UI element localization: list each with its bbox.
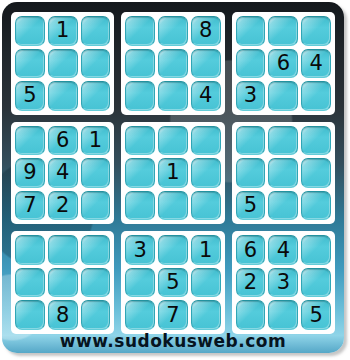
cell-r6c6[interactable] <box>191 191 221 221</box>
site-url: www.sudokusweb.com <box>2 332 344 350</box>
cell-r3c7[interactable]: 3 <box>236 81 266 111</box>
cell-r9c6[interactable] <box>191 300 221 330</box>
cell-r6c3[interactable] <box>81 191 111 221</box>
box-3-1: 8 <box>11 231 114 334</box>
cell-r5c1[interactable]: 9 <box>15 158 45 188</box>
cell-r2c5[interactable] <box>158 49 188 79</box>
cell-r9c7[interactable] <box>236 300 266 330</box>
cell-r5c2[interactable]: 4 <box>48 158 78 188</box>
cell-r9c1[interactable] <box>15 300 45 330</box>
cell-r4c2[interactable]: 6 <box>48 126 78 156</box>
cell-r8c6[interactable] <box>191 268 221 298</box>
cell-r3c9[interactable] <box>301 81 331 111</box>
cell-r1c7[interactable] <box>236 16 266 46</box>
box-2-1: 619472 <box>11 122 114 225</box>
cell-r8c8[interactable]: 3 <box>268 268 298 298</box>
cell-r2c8[interactable]: 6 <box>268 49 298 79</box>
cell-r6c5[interactable] <box>158 191 188 221</box>
cell-r8c7[interactable]: 2 <box>236 268 266 298</box>
cell-r6c2[interactable]: 2 <box>48 191 78 221</box>
cell-r6c1[interactable]: 7 <box>15 191 45 221</box>
cell-r2c1[interactable] <box>15 49 45 79</box>
cell-r1c8[interactable] <box>268 16 298 46</box>
cell-r4c5[interactable] <box>158 126 188 156</box>
cell-r7c3[interactable] <box>81 235 111 265</box>
cell-r1c4[interactable] <box>125 16 155 46</box>
cell-r5c8[interactable] <box>268 158 298 188</box>
box-2-3: 5 <box>232 122 335 225</box>
cell-r2c3[interactable] <box>81 49 111 79</box>
cell-r7c2[interactable] <box>48 235 78 265</box>
cell-r4c8[interactable] <box>268 126 298 156</box>
cell-r5c9[interactable] <box>301 158 331 188</box>
cell-r6c7[interactable]: 5 <box>236 191 266 221</box>
cell-r8c9[interactable] <box>301 268 331 298</box>
cell-r8c1[interactable] <box>15 268 45 298</box>
cell-r4c4[interactable] <box>125 126 155 156</box>
cell-r5c3[interactable] <box>81 158 111 188</box>
cell-r3c3[interactable] <box>81 81 111 111</box>
cell-r4c3[interactable]: 1 <box>81 126 111 156</box>
cell-r2c4[interactable] <box>125 49 155 79</box>
cell-r2c9[interactable]: 4 <box>301 49 331 79</box>
board-boxes: 1584643619472158315764235 <box>11 12 335 334</box>
cell-r3c1[interactable]: 5 <box>15 81 45 111</box>
cell-r9c5[interactable]: 7 <box>158 300 188 330</box>
cell-r1c2[interactable]: 1 <box>48 16 78 46</box>
cell-r4c7[interactable] <box>236 126 266 156</box>
cell-r4c1[interactable] <box>15 126 45 156</box>
cell-r7c1[interactable] <box>15 235 45 265</box>
cell-r7c4[interactable]: 3 <box>125 235 155 265</box>
cell-r4c6[interactable] <box>191 126 221 156</box>
cell-r9c8[interactable] <box>268 300 298 330</box>
page: 1584643619472158315764235 www.sudokusweb… <box>0 0 350 360</box>
cell-r8c4[interactable] <box>125 268 155 298</box>
cell-r1c5[interactable] <box>158 16 188 46</box>
cell-r9c3[interactable] <box>81 300 111 330</box>
cell-r3c4[interactable] <box>125 81 155 111</box>
cell-r9c9[interactable]: 5 <box>301 300 331 330</box>
cell-r1c6[interactable]: 8 <box>191 16 221 46</box>
cell-r8c3[interactable] <box>81 268 111 298</box>
cell-r7c9[interactable] <box>301 235 331 265</box>
cell-r8c5[interactable]: 5 <box>158 268 188 298</box>
cell-r2c6[interactable] <box>191 49 221 79</box>
cell-r5c7[interactable] <box>236 158 266 188</box>
box-3-2: 3157 <box>121 231 224 334</box>
cell-r5c5[interactable]: 1 <box>158 158 188 188</box>
cell-r1c9[interactable] <box>301 16 331 46</box>
cell-r5c4[interactable] <box>125 158 155 188</box>
sudoku-board: 1584643619472158315764235 www.sudokusweb… <box>2 2 344 353</box>
box-1-3: 643 <box>232 12 335 115</box>
cell-r7c6[interactable]: 1 <box>191 235 221 265</box>
cell-r3c5[interactable] <box>158 81 188 111</box>
box-3-3: 64235 <box>232 231 335 334</box>
cell-r7c8[interactable]: 4 <box>268 235 298 265</box>
cell-r7c7[interactable]: 6 <box>236 235 266 265</box>
cell-r6c8[interactable] <box>268 191 298 221</box>
cell-r4c9[interactable] <box>301 126 331 156</box>
cell-r3c2[interactable] <box>48 81 78 111</box>
cell-r9c4[interactable] <box>125 300 155 330</box>
cell-r9c2[interactable]: 8 <box>48 300 78 330</box>
cell-r8c2[interactable] <box>48 268 78 298</box>
box-1-1: 15 <box>11 12 114 115</box>
cell-r2c2[interactable] <box>48 49 78 79</box>
cell-r7c5[interactable] <box>158 235 188 265</box>
cell-r1c1[interactable] <box>15 16 45 46</box>
cell-r6c4[interactable] <box>125 191 155 221</box>
cell-r2c7[interactable] <box>236 49 266 79</box>
cell-r5c6[interactable] <box>191 158 221 188</box>
box-2-2: 1 <box>121 122 224 225</box>
box-1-2: 84 <box>121 12 224 115</box>
cell-r3c6[interactable]: 4 <box>191 81 221 111</box>
cell-r3c8[interactable] <box>268 81 298 111</box>
cell-r1c3[interactable] <box>81 16 111 46</box>
cell-r6c9[interactable] <box>301 191 331 221</box>
